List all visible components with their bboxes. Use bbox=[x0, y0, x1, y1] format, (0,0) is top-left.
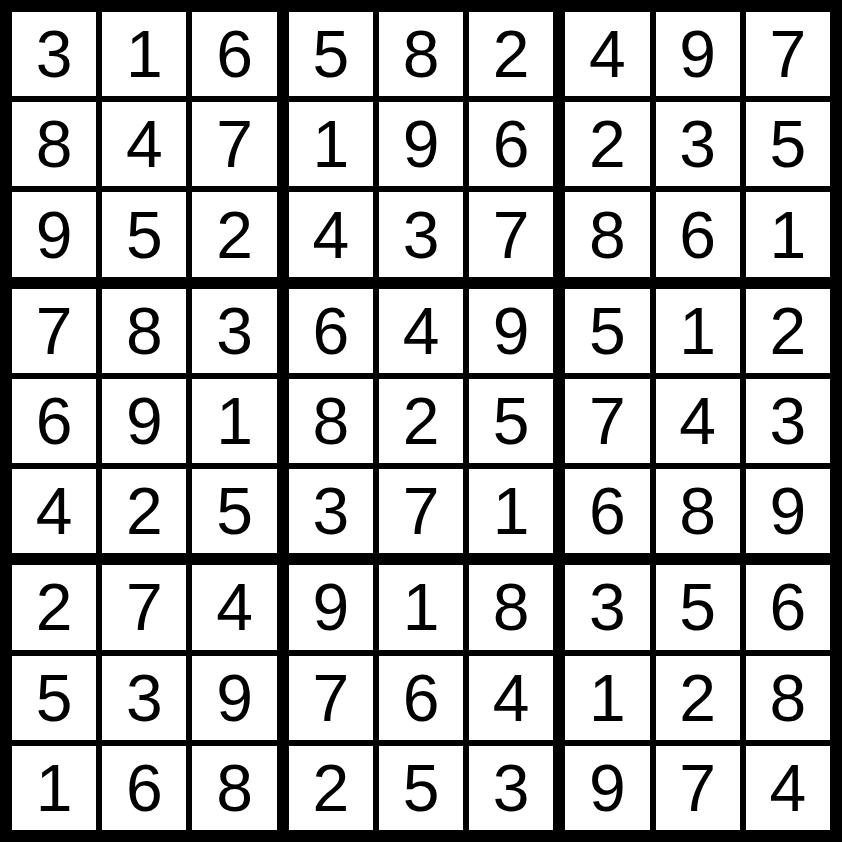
sudoku-cell[interactable]: 5 bbox=[469, 379, 553, 463]
sudoku-cell[interactable]: 2 bbox=[656, 656, 740, 740]
sudoku-cell[interactable]: 3 bbox=[469, 746, 553, 830]
sudoku-cell[interactable]: 6 bbox=[469, 102, 553, 186]
sudoku-cell[interactable]: 4 bbox=[102, 102, 186, 186]
sudoku-cell[interactable]: 8 bbox=[656, 469, 740, 553]
sudoku-cell[interactable]: 5 bbox=[656, 565, 740, 649]
sudoku-cell[interactable]: 9 bbox=[746, 469, 830, 553]
sudoku-cell[interactable]: 3 bbox=[656, 102, 740, 186]
sudoku-cell[interactable]: 8 bbox=[289, 379, 373, 463]
sudoku-cell[interactable]: 5 bbox=[12, 656, 96, 740]
sudoku-cell[interactable]: 9 bbox=[12, 192, 96, 276]
sudoku-cell[interactable]: 3 bbox=[379, 192, 463, 276]
sudoku-cell[interactable]: 3 bbox=[102, 656, 186, 740]
sudoku-cell[interactable]: 5 bbox=[565, 289, 649, 373]
sudoku-cell[interactable]: 8 bbox=[469, 565, 553, 649]
sudoku-cell[interactable]: 1 bbox=[379, 565, 463, 649]
sudoku-cell[interactable]: 6 bbox=[379, 656, 463, 740]
sudoku-cell[interactable]: 5 bbox=[289, 12, 373, 96]
sudoku-cell[interactable]: 3 bbox=[289, 469, 373, 553]
sudoku-cell[interactable]: 2 bbox=[379, 379, 463, 463]
sudoku-cell[interactable]: 9 bbox=[565, 746, 649, 830]
sudoku-cell[interactable]: 4 bbox=[469, 656, 553, 740]
sudoku-cell[interactable]: 2 bbox=[469, 12, 553, 96]
sudoku-cell[interactable]: 8 bbox=[746, 656, 830, 740]
sudoku-cell[interactable]: 9 bbox=[469, 289, 553, 373]
sudoku-cell[interactable]: 2 bbox=[102, 469, 186, 553]
sudoku-cell[interactable]: 5 bbox=[102, 192, 186, 276]
sudoku-cell[interactable]: 7 bbox=[192, 102, 276, 186]
sudoku-cell[interactable]: 2 bbox=[289, 746, 373, 830]
sudoku-cell[interactable]: 6 bbox=[289, 289, 373, 373]
sudoku-cell[interactable]: 9 bbox=[289, 565, 373, 649]
sudoku-cell[interactable]: 4 bbox=[192, 565, 276, 649]
sudoku-cell[interactable]: 1 bbox=[289, 102, 373, 186]
sudoku-cell[interactable]: 4 bbox=[565, 12, 649, 96]
sudoku-cell[interactable]: 7 bbox=[379, 469, 463, 553]
sudoku-cell[interactable]: 3 bbox=[192, 289, 276, 373]
sudoku-cell[interactable]: 7 bbox=[469, 192, 553, 276]
sudoku-cell[interactable]: 7 bbox=[289, 656, 373, 740]
sudoku-cell[interactable]: 8 bbox=[192, 746, 276, 830]
sudoku-cell[interactable]: 2 bbox=[746, 289, 830, 373]
sudoku-cell[interactable]: 1 bbox=[12, 746, 96, 830]
sudoku-cell[interactable]: 9 bbox=[379, 102, 463, 186]
sudoku-cell[interactable]: 1 bbox=[469, 469, 553, 553]
sudoku-cell[interactable]: 1 bbox=[656, 289, 740, 373]
sudoku-cell[interactable]: 3 bbox=[12, 12, 96, 96]
sudoku-cell[interactable]: 1 bbox=[192, 379, 276, 463]
sudoku-cell[interactable]: 2 bbox=[192, 192, 276, 276]
sudoku-cell[interactable]: 1 bbox=[746, 192, 830, 276]
sudoku-cell[interactable]: 2 bbox=[12, 565, 96, 649]
sudoku-cell[interactable]: 6 bbox=[12, 379, 96, 463]
sudoku-cell[interactable]: 8 bbox=[102, 289, 186, 373]
sudoku-cell[interactable]: 2 bbox=[565, 102, 649, 186]
sudoku-cell[interactable]: 7 bbox=[102, 565, 186, 649]
sudoku-cell[interactable]: 8 bbox=[379, 12, 463, 96]
sudoku-cell[interactable]: 6 bbox=[102, 746, 186, 830]
sudoku-cell[interactable]: 9 bbox=[192, 656, 276, 740]
sudoku-cell[interactable]: 4 bbox=[656, 379, 740, 463]
sudoku-cell[interactable]: 7 bbox=[746, 12, 830, 96]
sudoku-cell[interactable]: 3 bbox=[746, 379, 830, 463]
sudoku-cell[interactable]: 4 bbox=[379, 289, 463, 373]
sudoku-cell[interactable]: 6 bbox=[656, 192, 740, 276]
sudoku-cell[interactable]: 3 bbox=[565, 565, 649, 649]
sudoku-cell[interactable]: 5 bbox=[379, 746, 463, 830]
sudoku-cell[interactable]: 1 bbox=[565, 656, 649, 740]
sudoku-cell[interactable]: 8 bbox=[12, 102, 96, 186]
sudoku-cell[interactable]: 7 bbox=[656, 746, 740, 830]
sudoku-cell[interactable]: 9 bbox=[656, 12, 740, 96]
sudoku-cell[interactable]: 1 bbox=[102, 12, 186, 96]
sudoku-cell[interactable]: 9 bbox=[102, 379, 186, 463]
sudoku-cell[interactable]: 4 bbox=[289, 192, 373, 276]
sudoku-cell[interactable]: 5 bbox=[192, 469, 276, 553]
sudoku-cell[interactable]: 8 bbox=[565, 192, 649, 276]
sudoku-cell[interactable]: 4 bbox=[12, 469, 96, 553]
sudoku-cell[interactable]: 6 bbox=[746, 565, 830, 649]
sudoku-cell[interactable]: 4 bbox=[746, 746, 830, 830]
sudoku-board: 3165824978471962359524378617836495126918… bbox=[0, 0, 842, 842]
sudoku-cell[interactable]: 7 bbox=[565, 379, 649, 463]
sudoku-cell[interactable]: 5 bbox=[746, 102, 830, 186]
sudoku-cell[interactable]: 6 bbox=[565, 469, 649, 553]
sudoku-cell[interactable]: 6 bbox=[192, 12, 276, 96]
sudoku-cell[interactable]: 7 bbox=[12, 289, 96, 373]
